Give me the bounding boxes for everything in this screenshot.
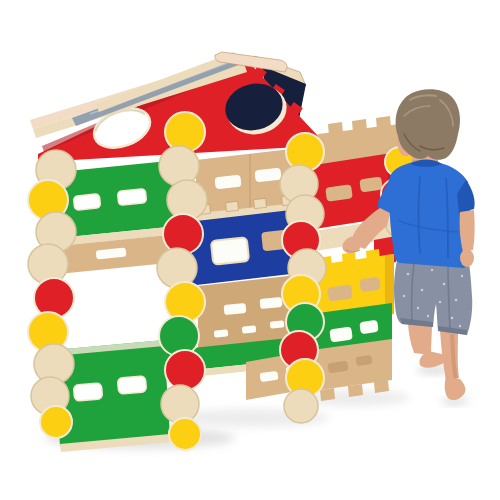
connector-circle — [163, 214, 203, 254]
connector-circle — [159, 146, 199, 186]
playhouse-scene — [0, 0, 500, 500]
castellation-tooth — [320, 388, 335, 401]
connector-circle — [284, 389, 318, 423]
panel-slot — [73, 194, 100, 211]
castellation-tooth — [366, 249, 380, 263]
child-arm-right — [460, 210, 475, 252]
castellation-tooth — [254, 198, 267, 208]
child-hand-right — [460, 249, 474, 267]
castellation-tooth — [226, 201, 239, 211]
child-foot-back — [445, 377, 466, 400]
blue-panel-window — [211, 237, 249, 265]
connector-circle — [165, 112, 205, 152]
castellation-tooth — [376, 116, 391, 130]
wall-slot — [270, 320, 285, 328]
castellation-tooth — [352, 119, 367, 133]
castellation-tooth — [342, 252, 356, 266]
wall-slot — [214, 329, 229, 337]
connector-circle — [169, 418, 201, 450]
connector-circle — [40, 406, 72, 438]
panel-slot — [117, 189, 146, 206]
wall-slot — [242, 325, 257, 333]
castellation-tooth — [348, 384, 363, 397]
connector-circle — [161, 385, 199, 423]
product-photo — [0, 0, 500, 500]
connector-circle — [165, 350, 205, 390]
castellation-tooth — [328, 122, 343, 136]
panel-slot — [117, 376, 146, 394]
child-tshirt — [389, 162, 470, 268]
castellation-tooth — [374, 380, 389, 393]
panel-slot — [73, 383, 102, 401]
